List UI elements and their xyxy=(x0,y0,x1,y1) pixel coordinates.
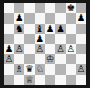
black-pawn-a4: ♟ xyxy=(5,44,14,54)
black-pawn-e6: ♟ xyxy=(46,24,55,34)
square-h4[interactable] xyxy=(76,44,86,54)
square-c1[interactable]: ♕ xyxy=(24,75,34,85)
square-f4[interactable]: ♙ xyxy=(55,44,65,54)
square-f8[interactable] xyxy=(55,3,65,13)
square-h8[interactable] xyxy=(76,3,86,13)
white-pawn-b4: ♙ xyxy=(15,44,24,54)
chess-diagram: ♚♟♟♞♝♟♟♟♟♙♙♙♙♙♔♗♛♘♙♕ xyxy=(0,0,90,88)
chess-board: ♚♟♟♞♝♟♟♟♟♙♙♙♙♙♔♗♛♘♙♕ xyxy=(4,3,86,85)
square-a8[interactable] xyxy=(4,3,14,13)
black-knight-b6: ♞ xyxy=(15,24,24,34)
white-pawn-d4: ♙ xyxy=(36,44,45,54)
square-e5[interactable] xyxy=(45,34,55,44)
square-g8[interactable]: ♚ xyxy=(66,3,76,13)
square-a1[interactable] xyxy=(4,75,14,85)
white-pawn-h2: ♙ xyxy=(77,64,86,74)
black-pawn-d5: ♟ xyxy=(36,34,45,44)
square-f7[interactable] xyxy=(55,13,65,23)
square-d8[interactable] xyxy=(35,3,45,13)
square-f3[interactable] xyxy=(55,54,65,64)
square-a4[interactable]: ♟ xyxy=(4,44,14,54)
square-d3[interactable] xyxy=(35,54,45,64)
square-b2[interactable]: ♗ xyxy=(14,64,24,74)
square-h6[interactable] xyxy=(76,24,86,34)
white-queen-c1: ♕ xyxy=(25,75,34,85)
white-pawn-g4: ♙ xyxy=(66,44,75,54)
square-f5[interactable] xyxy=(55,34,65,44)
square-c6[interactable] xyxy=(24,24,34,34)
square-f2[interactable] xyxy=(55,64,65,74)
square-c4[interactable] xyxy=(24,44,34,54)
white-pawn-a3: ♙ xyxy=(5,54,14,64)
square-g6[interactable] xyxy=(66,24,76,34)
black-queen-c2: ♛ xyxy=(25,64,34,74)
square-e3[interactable]: ♔ xyxy=(45,54,55,64)
square-e4[interactable] xyxy=(45,44,55,54)
white-king-e3: ♔ xyxy=(46,54,55,64)
square-b4[interactable]: ♙ xyxy=(14,44,24,54)
white-knight-d2: ♘ xyxy=(36,64,45,74)
square-h5[interactable] xyxy=(76,34,86,44)
square-c5[interactable] xyxy=(24,34,34,44)
square-g1[interactable] xyxy=(66,75,76,85)
square-b1[interactable] xyxy=(14,75,24,85)
square-a2[interactable] xyxy=(4,64,14,74)
square-d2[interactable]: ♘ xyxy=(35,64,45,74)
square-e2[interactable] xyxy=(45,64,55,74)
square-c8[interactable] xyxy=(24,3,34,13)
square-g3[interactable] xyxy=(66,54,76,64)
square-b6[interactable]: ♞ xyxy=(14,24,24,34)
square-a7[interactable] xyxy=(4,13,14,23)
square-d4[interactable]: ♙ xyxy=(35,44,45,54)
black-bishop-d6: ♝ xyxy=(36,24,45,34)
square-b5[interactable] xyxy=(14,34,24,44)
square-b8[interactable] xyxy=(14,3,24,13)
square-g2[interactable] xyxy=(66,64,76,74)
square-e6[interactable]: ♟ xyxy=(45,24,55,34)
square-g7[interactable] xyxy=(66,13,76,23)
square-f6[interactable]: ♟ xyxy=(55,24,65,34)
square-c7[interactable] xyxy=(24,13,34,23)
black-pawn-h7: ♟ xyxy=(77,13,86,23)
black-king-g8: ♚ xyxy=(66,3,75,13)
square-a5[interactable] xyxy=(4,34,14,44)
square-d1[interactable] xyxy=(35,75,45,85)
square-d5[interactable]: ♟ xyxy=(35,34,45,44)
square-d7[interactable] xyxy=(35,13,45,23)
square-f1[interactable] xyxy=(55,75,65,85)
square-a6[interactable] xyxy=(4,24,14,34)
white-pawn-f4: ♙ xyxy=(56,44,65,54)
square-h3[interactable] xyxy=(76,54,86,64)
square-c2[interactable]: ♛ xyxy=(24,64,34,74)
square-e1[interactable] xyxy=(45,75,55,85)
square-c3[interactable] xyxy=(24,54,34,64)
square-e8[interactable] xyxy=(45,3,55,13)
square-h2[interactable]: ♙ xyxy=(76,64,86,74)
square-e7[interactable] xyxy=(45,13,55,23)
black-pawn-f6: ♟ xyxy=(56,24,65,34)
square-b7[interactable]: ♟ xyxy=(14,13,24,23)
square-b3[interactable] xyxy=(14,54,24,64)
square-h1[interactable] xyxy=(76,75,86,85)
square-h7[interactable]: ♟ xyxy=(76,13,86,23)
square-d6[interactable]: ♝ xyxy=(35,24,45,34)
white-bishop-b2: ♗ xyxy=(15,64,24,74)
square-g4[interactable]: ♙ xyxy=(66,44,76,54)
square-g5[interactable] xyxy=(66,34,76,44)
black-pawn-b7: ♟ xyxy=(15,13,24,23)
square-a3[interactable]: ♙ xyxy=(4,54,14,64)
